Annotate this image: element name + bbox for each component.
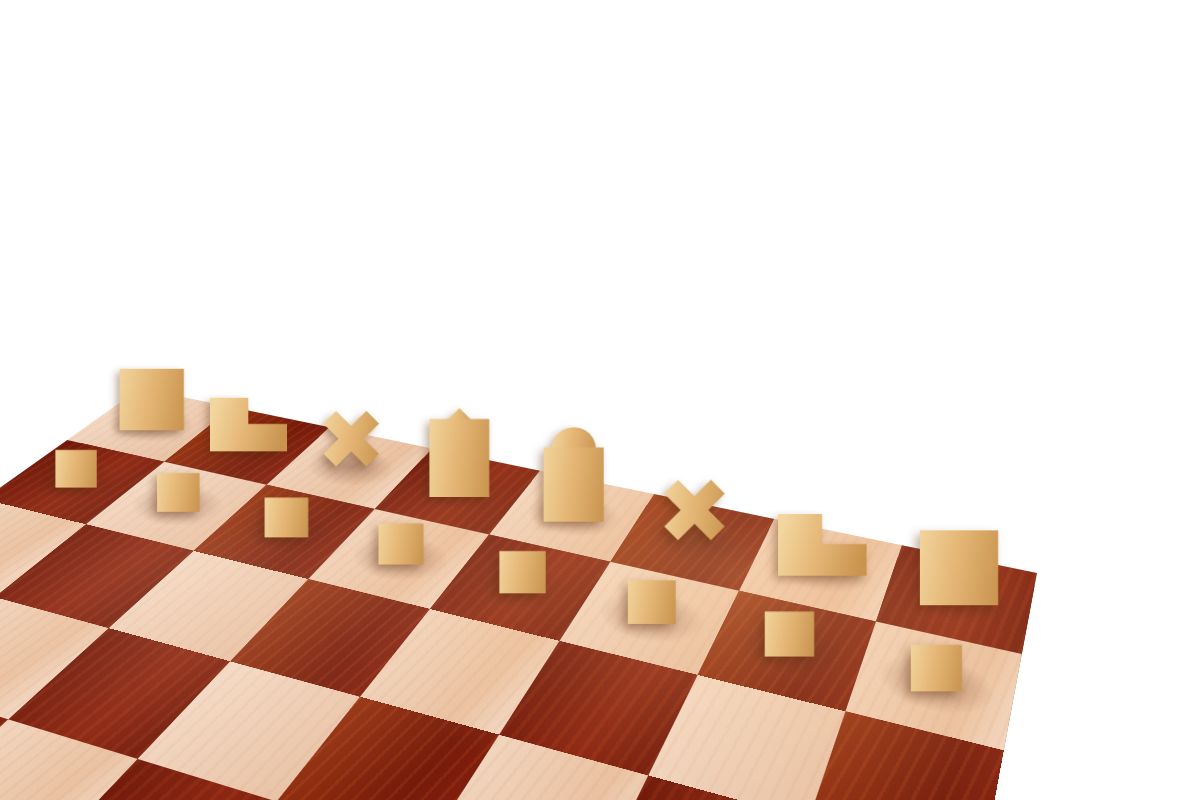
pawn-body-icon: ■ — [904, 637, 967, 691]
photo-canvas: ■▙✖◆■●■✖▙■■■■■■■■■ — [0, 0, 1200, 800]
scene: ■▙✖◆■●■✖▙■■■■■■■■■ — [0, 0, 1200, 800]
chess-board: ■▙✖◆■●■✖▙■■■■■■■■■ — [0, 388, 1037, 800]
rook-glyph-stack: ■ — [846, 523, 1071, 605]
rook-body-icon: ■ — [910, 520, 1007, 605]
pawn-body-icon: ■ — [759, 604, 820, 656]
board-grid: ■▙✖◆■●■✖▙■■■■■■■■■ — [0, 388, 1037, 800]
